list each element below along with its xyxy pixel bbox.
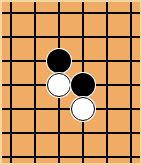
black-stone: ● bbox=[71, 73, 95, 97]
white-stone: ○ bbox=[71, 97, 95, 121]
white-stone: ○ bbox=[47, 73, 71, 97]
go-board-diagram: ●○●○ bbox=[0, 0, 142, 165]
board-stones: ●○●○ bbox=[0, 1, 142, 165]
black-stone: ● bbox=[47, 49, 71, 73]
